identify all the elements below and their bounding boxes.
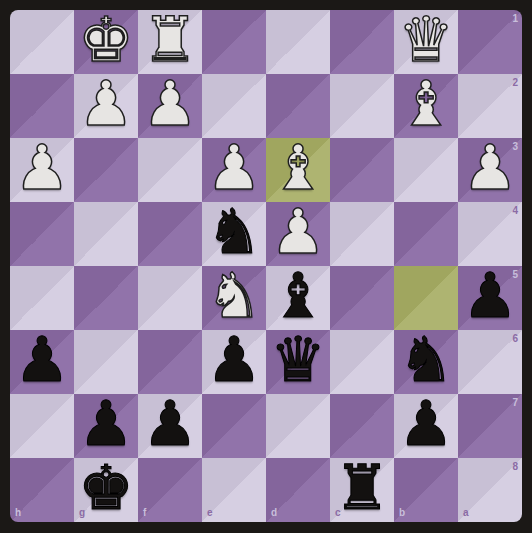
square-c1[interactable]: [330, 10, 394, 74]
square-g3[interactable]: [74, 138, 138, 202]
square-a6[interactable]: 6: [458, 330, 522, 394]
square-c7[interactable]: [330, 394, 394, 458]
square-h5[interactable]: [10, 266, 74, 330]
square-d5[interactable]: ♝: [266, 266, 330, 330]
piece-black-pawn[interactable]: ♟: [10, 328, 74, 392]
square-a2[interactable]: 2: [458, 74, 522, 138]
square-b5[interactable]: [394, 266, 458, 330]
piece-black-pawn[interactable]: ♟: [202, 328, 266, 392]
piece-white-pawn[interactable]: ♟: [202, 136, 266, 200]
square-h2[interactable]: [10, 74, 74, 138]
square-f1[interactable]: ♜: [138, 10, 202, 74]
square-d2[interactable]: [266, 74, 330, 138]
chess-board: ♚♜♛1♟♟♝2♟♟♝♟3♞♟4♞♝♟5♟♟♛♞6♟♟♟7h♚gfed♜cb8a: [10, 10, 522, 522]
square-e2[interactable]: [202, 74, 266, 138]
file-label-c: c: [335, 508, 341, 518]
square-f6[interactable]: [138, 330, 202, 394]
square-c6[interactable]: [330, 330, 394, 394]
square-g6[interactable]: [74, 330, 138, 394]
square-c2[interactable]: [330, 74, 394, 138]
square-c8[interactable]: ♜c: [330, 458, 394, 522]
square-d8[interactable]: d: [266, 458, 330, 522]
square-b1[interactable]: ♛: [394, 10, 458, 74]
piece-white-king[interactable]: ♚: [74, 10, 138, 72]
piece-black-knight[interactable]: ♞: [394, 328, 458, 392]
piece-white-pawn[interactable]: ♟: [74, 72, 138, 136]
square-h3[interactable]: ♟: [10, 138, 74, 202]
rank-label-6: 6: [512, 334, 518, 344]
file-label-d: d: [271, 508, 277, 518]
square-d1[interactable]: [266, 10, 330, 74]
square-g8[interactable]: ♚g: [74, 458, 138, 522]
square-f8[interactable]: f: [138, 458, 202, 522]
square-d7[interactable]: [266, 394, 330, 458]
rank-label-3: 3: [512, 142, 518, 152]
square-b4[interactable]: [394, 202, 458, 266]
square-a8[interactable]: 8a: [458, 458, 522, 522]
rank-label-4: 4: [512, 206, 518, 216]
square-a4[interactable]: 4: [458, 202, 522, 266]
square-e5[interactable]: ♞: [202, 266, 266, 330]
piece-white-pawn[interactable]: ♟: [10, 136, 74, 200]
file-label-a: a: [463, 508, 469, 518]
piece-white-knight[interactable]: ♞: [202, 264, 266, 328]
square-g7[interactable]: ♟: [74, 394, 138, 458]
square-a3[interactable]: ♟3: [458, 138, 522, 202]
piece-black-bishop[interactable]: ♝: [266, 264, 330, 328]
file-label-b: b: [399, 508, 405, 518]
piece-white-pawn[interactable]: ♟: [138, 72, 202, 136]
piece-white-bishop[interactable]: ♝: [394, 72, 458, 136]
square-c5[interactable]: [330, 266, 394, 330]
square-b7[interactable]: ♟: [394, 394, 458, 458]
piece-black-queen[interactable]: ♛: [266, 328, 330, 392]
square-d4[interactable]: ♟: [266, 202, 330, 266]
square-c4[interactable]: [330, 202, 394, 266]
piece-black-pawn[interactable]: ♟: [138, 392, 202, 456]
square-f4[interactable]: [138, 202, 202, 266]
square-f5[interactable]: [138, 266, 202, 330]
square-g2[interactable]: ♟: [74, 74, 138, 138]
square-f3[interactable]: [138, 138, 202, 202]
square-e1[interactable]: [202, 10, 266, 74]
square-d6[interactable]: ♛: [266, 330, 330, 394]
piece-white-rook[interactable]: ♜: [138, 10, 202, 72]
rank-label-2: 2: [512, 78, 518, 88]
file-label-h: h: [15, 508, 21, 518]
square-d3[interactable]: ♝: [266, 138, 330, 202]
rank-label-8: 8: [512, 462, 518, 472]
square-a1[interactable]: 1: [458, 10, 522, 74]
piece-white-pawn[interactable]: ♟: [266, 200, 330, 264]
square-e8[interactable]: e: [202, 458, 266, 522]
file-label-g: g: [79, 508, 85, 518]
rank-label-7: 7: [512, 398, 518, 408]
square-g1[interactable]: ♚: [74, 10, 138, 74]
square-g4[interactable]: [74, 202, 138, 266]
piece-black-knight[interactable]: ♞: [202, 200, 266, 264]
square-h8[interactable]: h: [10, 458, 74, 522]
square-b8[interactable]: b: [394, 458, 458, 522]
square-h7[interactable]: [10, 394, 74, 458]
square-b2[interactable]: ♝: [394, 74, 458, 138]
piece-white-bishop[interactable]: ♝: [266, 136, 330, 200]
piece-black-pawn[interactable]: ♟: [394, 392, 458, 456]
square-a5[interactable]: ♟5: [458, 266, 522, 330]
square-e4[interactable]: ♞: [202, 202, 266, 266]
square-a7[interactable]: 7: [458, 394, 522, 458]
square-h1[interactable]: [10, 10, 74, 74]
square-f7[interactable]: ♟: [138, 394, 202, 458]
square-e7[interactable]: [202, 394, 266, 458]
square-h4[interactable]: [10, 202, 74, 266]
square-e6[interactable]: ♟: [202, 330, 266, 394]
square-b3[interactable]: [394, 138, 458, 202]
piece-black-pawn[interactable]: ♟: [74, 392, 138, 456]
file-label-f: f: [143, 508, 146, 518]
square-h6[interactable]: ♟: [10, 330, 74, 394]
rank-label-1: 1: [512, 14, 518, 24]
square-g5[interactable]: [74, 266, 138, 330]
file-label-e: e: [207, 508, 213, 518]
square-f2[interactable]: ♟: [138, 74, 202, 138]
square-e3[interactable]: ♟: [202, 138, 266, 202]
square-b6[interactable]: ♞: [394, 330, 458, 394]
rank-label-5: 5: [512, 270, 518, 280]
square-c3[interactable]: [330, 138, 394, 202]
piece-white-queen[interactable]: ♛: [394, 10, 458, 72]
